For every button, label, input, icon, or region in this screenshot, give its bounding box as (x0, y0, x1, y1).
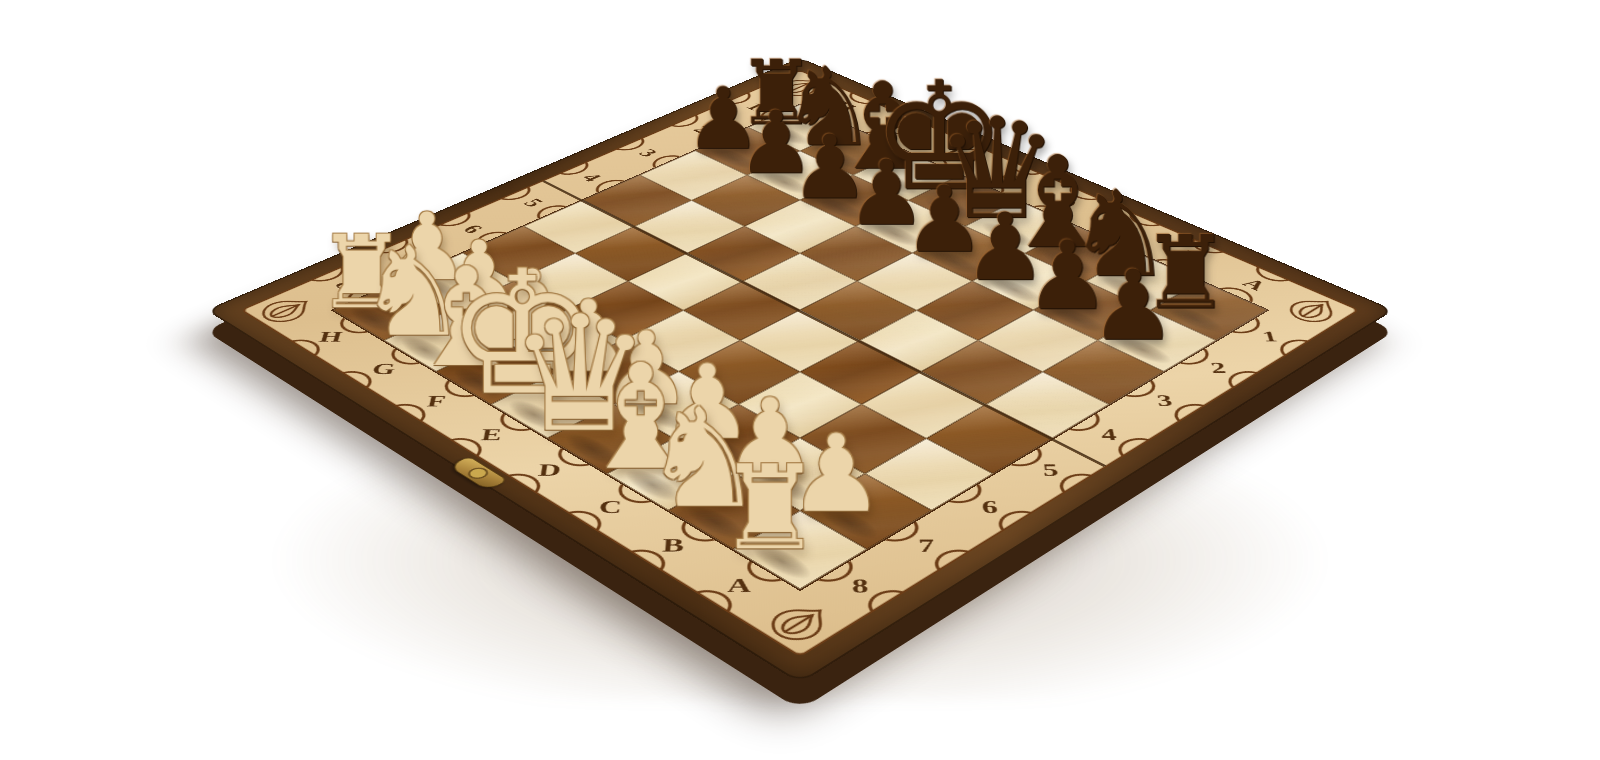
rank-label: 4 (578, 171, 606, 184)
file-label: G (370, 361, 397, 376)
rank-label: 6 (981, 498, 999, 516)
light-rook: ♜ (717, 450, 821, 567)
clasp-ring (464, 465, 492, 481)
file-label: A (727, 576, 751, 596)
rank-label: 1 (742, 101, 768, 112)
rank-label: 3 (635, 147, 662, 159)
file-label: E (993, 171, 1023, 185)
rank-label: 2 (690, 123, 717, 135)
photo-scene: H G F E D C B A H G F E D C B A (0, 0, 1600, 760)
rank-label: 2 (1209, 360, 1227, 375)
file-label: D (537, 461, 562, 478)
file-label: G (884, 123, 915, 137)
rank-label: 7 (918, 536, 935, 555)
file-label: B (662, 536, 685, 555)
file-label: C (1111, 221, 1143, 237)
file-label: H (317, 329, 344, 344)
file-label: A (1238, 276, 1271, 293)
file-label: F (939, 147, 967, 160)
rank-label: 3 (1156, 393, 1174, 409)
file-label: E (480, 427, 503, 444)
rank-label: 4 (1100, 426, 1118, 443)
rank-label: 1 (1261, 329, 1280, 344)
rank-label: 5 (1042, 461, 1060, 478)
rank-label: 5 (519, 196, 547, 209)
file-label: F (426, 394, 448, 410)
rank-label: 8 (852, 576, 869, 596)
file-label: D (1051, 195, 1082, 210)
dark-pawn: ♟ (1090, 257, 1177, 354)
file-label: C (598, 498, 623, 516)
file-label: H (830, 100, 861, 113)
flower-ornament-icon (747, 591, 852, 655)
